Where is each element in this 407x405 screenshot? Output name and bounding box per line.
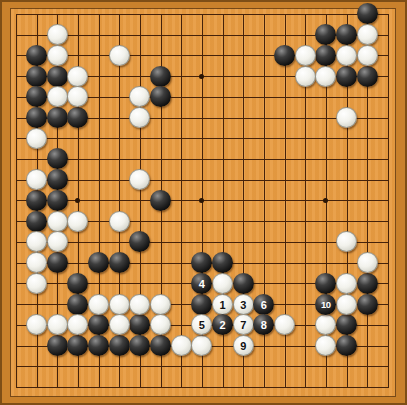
white-stone [67, 211, 88, 232]
move-1-white-stone: 1 [212, 294, 233, 315]
move-5-white-stone: 5 [191, 314, 212, 335]
black-stone [274, 45, 295, 66]
white-stone [47, 24, 68, 45]
white-stone [315, 66, 336, 87]
black-stone [67, 335, 88, 356]
white-stone [26, 169, 47, 190]
white-stone [47, 231, 68, 252]
move-9-white-stone: 9 [233, 335, 254, 356]
black-stone [212, 252, 233, 273]
move-4-black-stone: 4 [191, 273, 212, 294]
black-stone [109, 252, 130, 273]
black-stone [191, 294, 212, 315]
white-stone [336, 294, 357, 315]
move-number-label: 2 [220, 320, 226, 331]
white-stone [109, 294, 130, 315]
white-stone [336, 107, 357, 128]
move-number-label: 1 [220, 299, 226, 310]
white-stone [26, 231, 47, 252]
move-6-black-stone: 6 [253, 294, 274, 315]
white-stone [336, 273, 357, 294]
black-stone [109, 335, 130, 356]
white-stone [109, 45, 130, 66]
black-stone [357, 3, 378, 24]
black-stone [150, 335, 171, 356]
white-stone [26, 273, 47, 294]
white-stone [67, 66, 88, 87]
move-2-black-stone: 2 [212, 314, 233, 335]
black-stone [129, 231, 150, 252]
star-point [199, 198, 204, 203]
white-stone [295, 66, 316, 87]
black-stone [47, 148, 68, 169]
black-stone [150, 86, 171, 107]
board-grid[interactable]: 12345678910 [6, 4, 398, 398]
black-stone [67, 107, 88, 128]
move-number-label: 8 [261, 320, 267, 331]
white-stone [129, 86, 150, 107]
white-stone [67, 314, 88, 335]
black-stone [26, 107, 47, 128]
black-stone [357, 66, 378, 87]
move-7-white-stone: 7 [233, 314, 254, 335]
move-number-label: 4 [199, 278, 205, 289]
star-point [199, 74, 204, 79]
black-stone [47, 252, 68, 273]
move-number-label: 10 [321, 300, 331, 310]
black-stone [357, 294, 378, 315]
black-stone [315, 24, 336, 45]
white-stone [212, 273, 233, 294]
white-stone [47, 86, 68, 107]
white-stone [150, 294, 171, 315]
white-stone [336, 231, 357, 252]
black-stone [88, 314, 109, 335]
black-stone [47, 190, 68, 211]
black-stone [150, 66, 171, 87]
move-number-label: 7 [240, 320, 246, 331]
black-stone [88, 252, 109, 273]
black-stone [26, 211, 47, 232]
black-stone [315, 273, 336, 294]
white-stone [109, 211, 130, 232]
black-stone [26, 190, 47, 211]
star-point [75, 198, 80, 203]
white-stone [26, 252, 47, 273]
white-stone [295, 45, 316, 66]
black-stone [191, 252, 212, 273]
black-stone [336, 24, 357, 45]
move-10-black-stone: 10 [315, 294, 336, 315]
white-stone [129, 169, 150, 190]
move-number-label: 5 [199, 320, 205, 331]
white-stone [191, 335, 212, 356]
white-stone [47, 211, 68, 232]
white-stone [171, 335, 192, 356]
black-stone [336, 66, 357, 87]
white-stone [129, 107, 150, 128]
white-stone [109, 314, 130, 335]
black-stone [315, 45, 336, 66]
white-stone [357, 45, 378, 66]
black-stone [129, 335, 150, 356]
white-stone [47, 45, 68, 66]
white-stone [26, 314, 47, 335]
white-stone [67, 86, 88, 107]
black-stone [357, 273, 378, 294]
black-stone [336, 314, 357, 335]
black-stone [336, 335, 357, 356]
white-stone [357, 252, 378, 273]
white-stone [315, 314, 336, 335]
white-stone [129, 294, 150, 315]
go-board-diagram: 12345678910 [0, 0, 407, 405]
black-stone [88, 335, 109, 356]
black-stone [233, 273, 254, 294]
white-stone [336, 45, 357, 66]
black-stone [26, 86, 47, 107]
black-stone [26, 45, 47, 66]
white-stone [150, 314, 171, 335]
white-stone [315, 335, 336, 356]
move-number-label: 9 [240, 340, 246, 351]
move-number-label: 3 [240, 299, 246, 310]
move-number-label: 6 [261, 299, 267, 310]
black-stone [47, 107, 68, 128]
black-stone [47, 66, 68, 87]
white-stone [88, 294, 109, 315]
move-3-white-stone: 3 [233, 294, 254, 315]
black-stone [47, 335, 68, 356]
black-stone [150, 190, 171, 211]
black-stone [47, 169, 68, 190]
white-stone [274, 314, 295, 335]
white-stone [357, 24, 378, 45]
black-stone [67, 294, 88, 315]
black-stone [26, 66, 47, 87]
black-stone [67, 273, 88, 294]
white-stone [26, 128, 47, 149]
black-stone [129, 314, 150, 335]
move-8-black-stone: 8 [253, 314, 274, 335]
white-stone [47, 314, 68, 335]
star-point [323, 198, 328, 203]
